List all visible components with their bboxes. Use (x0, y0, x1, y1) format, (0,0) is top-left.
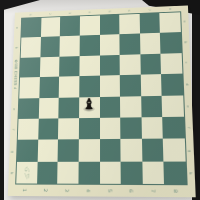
square-g1 (17, 140, 38, 162)
square-f1 (18, 119, 39, 140)
square-a1 (21, 18, 41, 38)
square-f6 (120, 117, 141, 139)
square-a5 (100, 15, 120, 35)
square-c7 (140, 53, 161, 74)
square-d3 (59, 76, 79, 97)
square-f5 (100, 117, 121, 139)
square-c4 (79, 55, 99, 76)
square-b4 (79, 35, 99, 56)
photo-dark-edge-left (0, 0, 4, 200)
board-grid: ♝♘♘ (15, 11, 187, 185)
coordinate-label-3: 3 (68, 8, 71, 18)
square-d7 (141, 74, 162, 96)
square-c6 (120, 54, 141, 75)
square-d4 (79, 76, 99, 97)
square-c2 (40, 56, 60, 77)
square-c5 (100, 55, 120, 76)
square-f8 (163, 117, 185, 139)
square-e1 (19, 98, 39, 119)
square-d6 (120, 75, 141, 96)
square-h5 (100, 161, 121, 184)
square-b1 (21, 37, 41, 57)
coordinate-label-7: 7 (150, 182, 160, 200)
coordinate-label-h: h (6, 171, 18, 175)
coordinate-label-2: 2 (49, 9, 52, 19)
coordinate-label-e: e (9, 107, 21, 111)
coordinate-label-e: e (182, 104, 195, 108)
us-chess-brand-text: US CHESS (13, 64, 18, 86)
double-knight-emblem-icon: ♘♘ (16, 161, 37, 183)
coordinate-label-g: g (7, 149, 19, 153)
coordinate-label-c: c (180, 61, 193, 65)
square-e3 (59, 97, 80, 118)
square-g8 (163, 139, 186, 162)
square-e5 (100, 96, 121, 118)
square-h6 (121, 161, 143, 184)
square-e6 (120, 96, 141, 118)
coordinate-label-1: 1 (21, 182, 30, 199)
square-h8 (164, 161, 187, 184)
square-c1 (20, 57, 40, 78)
square-h4 (78, 161, 99, 183)
us-chess-logo-icon (15, 60, 18, 63)
square-b5 (100, 35, 120, 56)
us-chess-brand: US CHESS (13, 60, 18, 86)
coordinate-label-b: b (11, 45, 23, 49)
coordinate-label-5: 5 (108, 7, 111, 17)
square-h7 (142, 161, 164, 184)
square-e4: ♝ (79, 97, 100, 118)
chessboard: ♝♘♘ 12345678 12345678 abcdefgh abcdefgh … (8, 5, 196, 197)
coordinate-label-b: b (179, 40, 192, 44)
square-a3 (60, 16, 80, 36)
square-f4 (79, 118, 100, 140)
square-d1 (19, 77, 39, 98)
square-b2 (40, 37, 60, 57)
square-a7 (139, 13, 160, 34)
square-h3 (57, 161, 78, 183)
square-e7 (141, 95, 163, 117)
square-g6 (120, 139, 142, 161)
coordinate-label-3: 3 (63, 182, 72, 199)
square-b7 (140, 33, 161, 54)
square-h1: ♘♘ (16, 161, 37, 183)
square-d8 (161, 74, 183, 96)
coordinate-label-f: f (8, 128, 20, 132)
coordinate-label-g: g (183, 148, 197, 152)
coordinate-label-a: a (12, 26, 24, 30)
coordinate-label-d: d (9, 86, 21, 90)
square-b8 (160, 32, 181, 53)
square-h2 (37, 161, 58, 183)
square-c3 (59, 56, 79, 77)
coordinate-label-2: 2 (42, 182, 51, 199)
coordinate-label-1: 1 (29, 10, 32, 19)
photo-dark-corner-top-left (0, 0, 40, 10)
square-b3 (60, 36, 80, 57)
coordinate-label-7: 7 (148, 5, 151, 15)
square-g5 (100, 139, 121, 161)
square-f7 (141, 117, 163, 139)
coordinate-label-a: a (179, 19, 192, 23)
square-f3 (58, 118, 79, 140)
coordinate-label-d: d (181, 82, 194, 86)
square-d5 (100, 75, 121, 96)
square-a6 (119, 14, 139, 35)
square-a2 (41, 17, 61, 37)
coordinate-label-6: 6 (128, 182, 137, 200)
square-f2 (38, 118, 59, 140)
black-bishop: ♝ (82, 97, 95, 112)
coordinate-label-4: 4 (84, 182, 93, 199)
square-d2 (39, 77, 59, 98)
coords-bottom: 12345678 (15, 185, 188, 198)
square-b6 (120, 34, 141, 55)
square-g4 (79, 139, 100, 161)
square-e2 (38, 97, 59, 118)
square-g3 (58, 140, 79, 162)
square-c8 (161, 53, 183, 74)
square-a8 (160, 12, 181, 33)
coordinate-label-f: f (183, 126, 196, 130)
coordinate-label-h: h (184, 171, 198, 175)
coordinate-label-5: 5 (106, 182, 115, 199)
coordinate-label-8: 8 (169, 4, 172, 14)
coordinate-label-4: 4 (88, 7, 91, 17)
square-a4 (80, 16, 100, 36)
square-g7 (142, 139, 164, 161)
coordinate-label-8: 8 (172, 182, 182, 200)
square-e8 (162, 95, 184, 117)
square-g2 (37, 140, 58, 162)
coordinate-label-6: 6 (128, 6, 131, 16)
